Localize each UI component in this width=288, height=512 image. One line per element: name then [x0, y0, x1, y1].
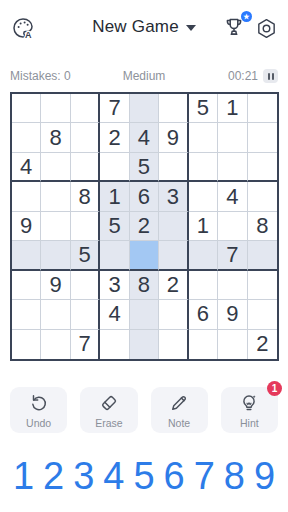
- cell-r4c4[interactable]: 1: [100, 182, 129, 211]
- cell-r7c4[interactable]: 3: [100, 271, 129, 300]
- cell-r4c8[interactable]: 4: [218, 182, 247, 211]
- difficulty-label: Medium: [10, 69, 278, 83]
- cell-r3c9[interactable]: [248, 153, 277, 182]
- status-bar: Mistakes: 0 Medium 00:21: [10, 68, 278, 84]
- cell-r8c6[interactable]: [159, 300, 188, 329]
- cell-r8c9[interactable]: [248, 300, 277, 329]
- cell-r1c8[interactable]: 1: [218, 94, 247, 123]
- cell-r7c9[interactable]: [248, 271, 277, 300]
- note-label: Note: [168, 417, 190, 429]
- gear-icon: [255, 17, 278, 40]
- cell-r9c3[interactable]: 7: [71, 330, 100, 359]
- cell-r6c9[interactable]: [248, 241, 277, 270]
- toolbar: Undo Erase Note Hint 1: [10, 387, 278, 433]
- numpad-6[interactable]: 6: [161, 456, 188, 496]
- cell-r3c5[interactable]: 5: [130, 153, 159, 182]
- numpad: 123456789: [10, 456, 278, 496]
- cell-r4c3[interactable]: 8: [71, 182, 100, 211]
- cell-r4c1[interactable]: [12, 182, 41, 211]
- cell-r6c4[interactable]: [100, 241, 129, 270]
- numpad-9[interactable]: 9: [251, 456, 278, 496]
- cell-r5c9[interactable]: 8: [248, 212, 277, 241]
- numpad-2[interactable]: 2: [40, 456, 67, 496]
- cell-r3c4[interactable]: [100, 153, 129, 182]
- cell-r7c6[interactable]: 2: [159, 271, 188, 300]
- numpad-3[interactable]: 3: [70, 456, 97, 496]
- awards-trophy-button[interactable]: ★: [222, 15, 248, 41]
- cell-r8c4[interactable]: 4: [100, 300, 129, 329]
- cell-r9c2[interactable]: [41, 330, 70, 359]
- chevron-down-icon: [186, 25, 196, 31]
- header: A New Game ★: [0, 14, 288, 44]
- cell-r7c1[interactable]: [12, 271, 41, 300]
- cell-r5c8[interactable]: [218, 212, 247, 241]
- hint-button[interactable]: Hint 1: [221, 387, 278, 433]
- page-title: New Game: [92, 17, 179, 36]
- numpad-4[interactable]: 4: [100, 456, 127, 496]
- cell-r4c9[interactable]: [248, 182, 277, 211]
- cell-r7c8[interactable]: [218, 271, 247, 300]
- cell-r1c5[interactable]: [130, 94, 159, 123]
- cell-r1c6[interactable]: [159, 94, 188, 123]
- cell-r3c8[interactable]: [218, 153, 247, 182]
- cell-r5c5[interactable]: 2: [130, 212, 159, 241]
- cell-r4c7[interactable]: [189, 182, 218, 211]
- cell-r2c3[interactable]: [71, 123, 100, 152]
- cell-r9c1[interactable]: [12, 330, 41, 359]
- cell-r6c2[interactable]: [41, 241, 70, 270]
- sudoku-grid: 751824945816349521857938246972: [10, 92, 279, 361]
- hint-badge: 1: [267, 381, 282, 396]
- cell-r7c3[interactable]: [71, 271, 100, 300]
- cell-r6c1[interactable]: [12, 241, 41, 270]
- cell-r3c7[interactable]: [189, 153, 218, 182]
- cell-r5c6[interactable]: [159, 212, 188, 241]
- cell-r5c2[interactable]: [41, 212, 70, 241]
- cell-r9c9[interactable]: 2: [248, 330, 277, 359]
- cell-r8c8[interactable]: 9: [218, 300, 247, 329]
- cell-r1c2[interactable]: [41, 94, 70, 123]
- hint-label: Hint: [240, 417, 259, 429]
- cell-r6c7[interactable]: [189, 241, 218, 270]
- cell-r1c3[interactable]: [71, 94, 100, 123]
- cell-r6c8[interactable]: 7: [218, 241, 247, 270]
- trophy-badge: ★: [241, 11, 252, 22]
- cell-r1c9[interactable]: [248, 94, 277, 123]
- cell-r2c6[interactable]: 9: [159, 123, 188, 152]
- cell-r6c3[interactable]: 5: [71, 241, 100, 270]
- cell-r2c7[interactable]: [189, 123, 218, 152]
- cell-r5c3[interactable]: [71, 212, 100, 241]
- undo-label: Undo: [26, 417, 51, 429]
- cell-r2c1[interactable]: [12, 123, 41, 152]
- erase-button[interactable]: Erase: [80, 387, 137, 433]
- erase-label: Erase: [95, 417, 122, 429]
- cell-r9c6[interactable]: [159, 330, 188, 359]
- cell-r2c2[interactable]: 8: [41, 123, 70, 152]
- numpad-1[interactable]: 1: [10, 456, 37, 496]
- cell-r3c6[interactable]: [159, 153, 188, 182]
- undo-button[interactable]: Undo: [10, 387, 67, 433]
- numpad-8[interactable]: 8: [221, 456, 248, 496]
- cell-r3c3[interactable]: [71, 153, 100, 182]
- cell-r1c7[interactable]: 5: [189, 94, 218, 123]
- cell-r8c7[interactable]: 6: [189, 300, 218, 329]
- cell-r8c2[interactable]: [41, 300, 70, 329]
- cell-r7c2[interactable]: 9: [41, 271, 70, 300]
- hint-bulb-icon: [238, 392, 260, 414]
- cell-r8c1[interactable]: [12, 300, 41, 329]
- cell-r2c5[interactable]: 4: [130, 123, 159, 152]
- pencil-icon: [168, 392, 190, 414]
- settings-button[interactable]: [255, 17, 278, 40]
- cell-r5c4[interactable]: 5: [100, 212, 129, 241]
- cell-r6c5[interactable]: [130, 241, 159, 270]
- cell-r9c4[interactable]: [100, 330, 129, 359]
- cell-r5c7[interactable]: 1: [189, 212, 218, 241]
- cell-r4c5[interactable]: 6: [130, 182, 159, 211]
- numpad-5[interactable]: 5: [131, 456, 158, 496]
- cell-r2c4[interactable]: 2: [100, 123, 129, 152]
- cell-r4c2[interactable]: [41, 182, 70, 211]
- undo-icon: [28, 392, 50, 414]
- cell-r1c1[interactable]: [12, 94, 41, 123]
- cell-r1c4[interactable]: 7: [100, 94, 129, 123]
- note-button[interactable]: Note: [151, 387, 208, 433]
- cell-r5c1[interactable]: 9: [12, 212, 41, 241]
- cell-r9c5[interactable]: [130, 330, 159, 359]
- cell-r7c5[interactable]: 8: [130, 271, 159, 300]
- cell-r9c8[interactable]: [218, 330, 247, 359]
- cell-r4c6[interactable]: 3: [159, 182, 188, 211]
- eraser-icon: [98, 392, 120, 414]
- cell-r8c5[interactable]: [130, 300, 159, 329]
- cell-r6c6[interactable]: [159, 241, 188, 270]
- cell-r2c8[interactable]: [218, 123, 247, 152]
- cell-r3c2[interactable]: [41, 153, 70, 182]
- cell-r8c3[interactable]: [71, 300, 100, 329]
- numpad-7[interactable]: 7: [191, 456, 218, 496]
- cell-r9c7[interactable]: [189, 330, 218, 359]
- cell-r2c9[interactable]: [248, 123, 277, 152]
- cell-r3c1[interactable]: 4: [12, 153, 41, 182]
- cell-r7c7[interactable]: [189, 271, 218, 300]
